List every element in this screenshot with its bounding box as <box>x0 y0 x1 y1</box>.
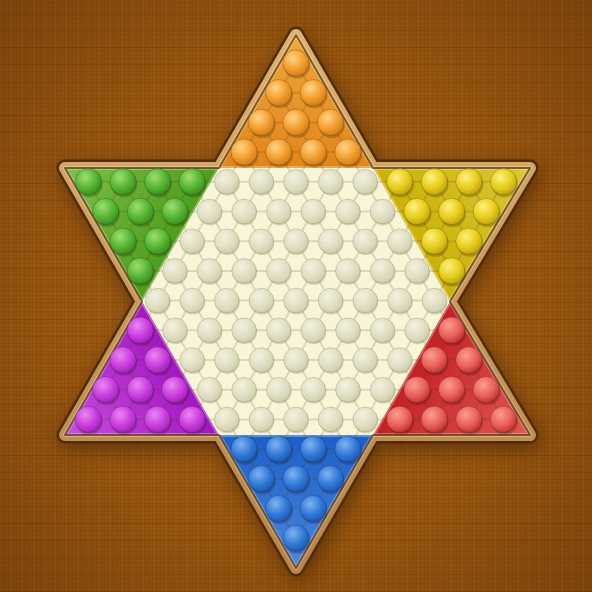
hole-empty[interactable] <box>318 229 343 254</box>
marble-red[interactable] <box>456 347 482 373</box>
hole-empty[interactable] <box>266 199 291 224</box>
marble-green[interactable] <box>93 198 119 224</box>
marble-yellow[interactable] <box>456 169 482 195</box>
marble-orange[interactable] <box>248 109 274 135</box>
marble-yellow[interactable] <box>490 169 516 195</box>
hole-empty[interactable] <box>388 348 413 373</box>
hole-empty[interactable] <box>232 199 257 224</box>
marble-green[interactable] <box>110 169 136 195</box>
hole-empty[interactable] <box>370 318 395 343</box>
marble-orange[interactable] <box>283 50 309 76</box>
marble-yellow[interactable] <box>473 198 499 224</box>
marble-green[interactable] <box>144 169 170 195</box>
marble-green[interactable] <box>162 198 188 224</box>
hole-empty[interactable] <box>370 259 395 284</box>
marble-purple[interactable] <box>110 406 136 432</box>
wood-table-background <box>0 0 592 592</box>
marble-green[interactable] <box>127 258 153 284</box>
hole-empty[interactable] <box>215 229 240 254</box>
marble-purple[interactable] <box>127 377 153 403</box>
marble-blue[interactable] <box>335 436 361 462</box>
hole-empty[interactable] <box>284 229 309 254</box>
hole-empty[interactable] <box>145 288 170 313</box>
marble-purple[interactable] <box>144 406 170 432</box>
hole-empty[interactable] <box>249 229 274 254</box>
marble-green[interactable] <box>110 228 136 254</box>
hole-empty[interactable] <box>318 170 343 195</box>
marble-blue[interactable] <box>283 466 309 492</box>
marble-blue[interactable] <box>317 466 343 492</box>
marble-orange[interactable] <box>300 80 326 106</box>
hole-empty[interactable] <box>336 199 361 224</box>
hole-empty[interactable] <box>249 407 274 432</box>
hole-empty[interactable] <box>336 318 361 343</box>
marble-green[interactable] <box>179 169 205 195</box>
hole-empty[interactable] <box>318 407 343 432</box>
hole-empty[interactable] <box>180 229 205 254</box>
hole-empty[interactable] <box>215 288 240 313</box>
chinese-checkers-board <box>0 0 592 592</box>
marble-red[interactable] <box>421 347 447 373</box>
hole-empty[interactable] <box>249 348 274 373</box>
marble-orange[interactable] <box>266 139 292 165</box>
hole-empty[interactable] <box>353 170 378 195</box>
hole-empty[interactable] <box>215 170 240 195</box>
marble-orange[interactable] <box>335 139 361 165</box>
marble-purple[interactable] <box>127 317 153 343</box>
marble-green[interactable] <box>127 198 153 224</box>
hole-empty[interactable] <box>266 318 291 343</box>
hole-empty[interactable] <box>284 288 309 313</box>
hole-empty[interactable] <box>353 348 378 373</box>
marble-blue[interactable] <box>266 495 292 521</box>
hole-empty[interactable] <box>370 377 395 402</box>
marble-blue[interactable] <box>300 495 326 521</box>
marble-red[interactable] <box>421 406 447 432</box>
hole-empty[interactable] <box>215 407 240 432</box>
hole-empty[interactable] <box>301 377 326 402</box>
hole-empty[interactable] <box>318 288 343 313</box>
hole-empty[interactable] <box>197 259 222 284</box>
marble-orange[interactable] <box>231 139 257 165</box>
marble-yellow[interactable] <box>456 228 482 254</box>
hole-empty[interactable] <box>353 229 378 254</box>
hole-empty[interactable] <box>318 348 343 373</box>
marble-yellow[interactable] <box>421 169 447 195</box>
marble-orange[interactable] <box>283 109 309 135</box>
marble-blue[interactable] <box>266 436 292 462</box>
marble-green[interactable] <box>144 228 170 254</box>
marble-yellow[interactable] <box>404 198 430 224</box>
hole-empty[interactable] <box>284 348 309 373</box>
hole-empty[interactable] <box>163 259 188 284</box>
hole-empty[interactable] <box>405 318 430 343</box>
hole-empty[interactable] <box>197 318 222 343</box>
marble-red[interactable] <box>439 317 465 343</box>
marble-purple[interactable] <box>162 377 188 403</box>
marble-yellow[interactable] <box>421 228 447 254</box>
marble-blue[interactable] <box>248 466 274 492</box>
hole-empty[interactable] <box>353 407 378 432</box>
hole-empty[interactable] <box>163 318 188 343</box>
marble-blue[interactable] <box>300 436 326 462</box>
hole-empty[interactable] <box>405 259 430 284</box>
marble-red[interactable] <box>387 406 413 432</box>
hole-empty[interactable] <box>422 288 447 313</box>
hole-empty[interactable] <box>232 259 257 284</box>
marble-red[interactable] <box>456 406 482 432</box>
marble-blue[interactable] <box>283 525 309 551</box>
hole-empty[interactable] <box>388 229 413 254</box>
marble-red[interactable] <box>473 377 499 403</box>
hole-empty[interactable] <box>249 170 274 195</box>
marble-yellow[interactable] <box>439 258 465 284</box>
marble-purple[interactable] <box>93 377 119 403</box>
hole-empty[interactable] <box>284 170 309 195</box>
marble-purple[interactable] <box>144 347 170 373</box>
hole-empty[interactable] <box>180 288 205 313</box>
hole-empty[interactable] <box>197 199 222 224</box>
marble-orange[interactable] <box>300 139 326 165</box>
marble-purple[interactable] <box>75 406 101 432</box>
hole-empty[interactable] <box>336 259 361 284</box>
hole-empty[interactable] <box>336 377 361 402</box>
hole-empty[interactable] <box>301 199 326 224</box>
hole-empty[interactable] <box>370 199 395 224</box>
hole-empty[interactable] <box>301 318 326 343</box>
marble-blue[interactable] <box>231 436 257 462</box>
marble-red[interactable] <box>490 406 516 432</box>
hole-empty[interactable] <box>353 288 378 313</box>
hole-empty[interactable] <box>284 407 309 432</box>
hole-empty[interactable] <box>301 259 326 284</box>
marble-red[interactable] <box>404 377 430 403</box>
marble-yellow[interactable] <box>387 169 413 195</box>
marble-green[interactable] <box>75 169 101 195</box>
marble-orange[interactable] <box>266 80 292 106</box>
hole-empty[interactable] <box>266 259 291 284</box>
hole-empty[interactable] <box>180 348 205 373</box>
marble-red[interactable] <box>439 377 465 403</box>
hole-empty[interactable] <box>232 377 257 402</box>
hole-empty[interactable] <box>388 288 413 313</box>
hole-empty[interactable] <box>197 377 222 402</box>
hole-empty[interactable] <box>249 288 274 313</box>
hole-empty[interactable] <box>232 318 257 343</box>
marble-purple[interactable] <box>179 406 205 432</box>
marble-purple[interactable] <box>110 347 136 373</box>
hole-empty[interactable] <box>215 348 240 373</box>
marble-yellow[interactable] <box>439 198 465 224</box>
marble-orange[interactable] <box>317 109 343 135</box>
hole-empty[interactable] <box>266 377 291 402</box>
